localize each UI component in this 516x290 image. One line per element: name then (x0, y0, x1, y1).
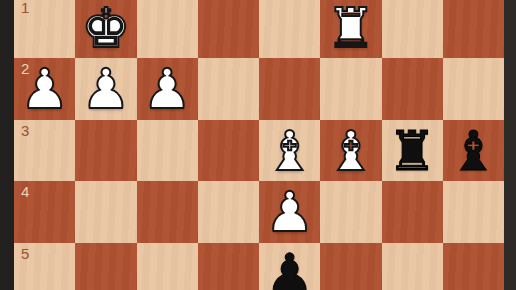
rank-label-4: 4 (21, 184, 29, 199)
square-c2[interactable] (320, 58, 381, 120)
square-b2[interactable] (382, 58, 443, 120)
square-d4[interactable]: ♟ (259, 181, 320, 243)
square-f5[interactable] (137, 243, 198, 290)
square-e3[interactable] (198, 120, 259, 182)
square-a3[interactable]: ♝ (443, 120, 504, 182)
square-b5[interactable] (382, 243, 443, 290)
left-letterbox-bar (0, 0, 14, 290)
square-h1[interactable]: 1 (14, 0, 75, 58)
square-g2[interactable]: ♟ (75, 58, 136, 120)
square-f1[interactable] (137, 0, 198, 58)
square-f3[interactable] (137, 120, 198, 182)
square-b4[interactable] (382, 181, 443, 243)
square-h5[interactable]: 5 (14, 243, 75, 290)
chess-app-viewport: 1♚♜2♟♟♟3♝♝♜♝4♟5♟ (0, 0, 516, 290)
chess-board: 1♚♜2♟♟♟3♝♝♜♝4♟5♟ (14, 0, 504, 290)
square-h2[interactable]: 2♟ (14, 58, 75, 120)
square-g3[interactable] (75, 120, 136, 182)
rank-label-5: 5 (21, 246, 29, 261)
white-pawn[interactable]: ♟ (20, 62, 69, 117)
white-bishop[interactable]: ♝ (326, 124, 375, 179)
square-a4[interactable] (443, 181, 504, 243)
square-e1[interactable] (198, 0, 259, 58)
white-pawn[interactable]: ♟ (81, 62, 130, 117)
square-g5[interactable] (75, 243, 136, 290)
black-pawn[interactable]: ♟ (265, 247, 314, 290)
square-f4[interactable] (137, 181, 198, 243)
white-bishop[interactable]: ♝ (265, 124, 314, 179)
square-b1[interactable] (382, 0, 443, 58)
square-e5[interactable] (198, 243, 259, 290)
white-pawn[interactable]: ♟ (142, 62, 191, 117)
square-h4[interactable]: 4 (14, 181, 75, 243)
square-b3[interactable]: ♜ (382, 120, 443, 182)
square-c4[interactable] (320, 181, 381, 243)
square-c3[interactable]: ♝ (320, 120, 381, 182)
square-a5[interactable] (443, 243, 504, 290)
black-bishop[interactable]: ♝ (449, 124, 498, 179)
square-d5[interactable]: ♟ (259, 243, 320, 290)
black-rook[interactable]: ♜ (387, 124, 436, 179)
square-h3[interactable]: 3 (14, 120, 75, 182)
square-e2[interactable] (198, 58, 259, 120)
rank-label-1: 1 (21, 0, 29, 15)
square-e4[interactable] (198, 181, 259, 243)
white-king[interactable]: ♚ (81, 1, 130, 56)
square-c5[interactable] (320, 243, 381, 290)
square-g4[interactable] (75, 181, 136, 243)
square-c1[interactable]: ♜ (320, 0, 381, 58)
square-d2[interactable] (259, 58, 320, 120)
white-pawn[interactable]: ♟ (265, 185, 314, 240)
square-g1[interactable]: ♚ (75, 0, 136, 58)
square-d3[interactable]: ♝ (259, 120, 320, 182)
right-letterbox-bar (504, 0, 516, 290)
square-d1[interactable] (259, 0, 320, 58)
rank-label-3: 3 (21, 123, 29, 138)
white-rook[interactable]: ♜ (326, 1, 375, 56)
square-a1[interactable] (443, 0, 504, 58)
square-a2[interactable] (443, 58, 504, 120)
square-f2[interactable]: ♟ (137, 58, 198, 120)
